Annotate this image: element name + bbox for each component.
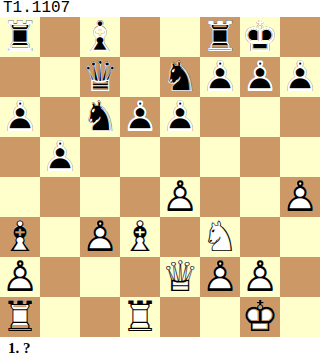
- square-b7[interactable]: [40, 57, 80, 97]
- square-d4[interactable]: [120, 177, 160, 217]
- piece-fill-glyph: ♜: [120, 297, 160, 337]
- square-d5[interactable]: [120, 137, 160, 177]
- black-rook[interactable]: ♜♖: [200, 17, 240, 57]
- piece-outline-glyph: ♗: [80, 17, 120, 57]
- square-e1[interactable]: [160, 297, 200, 337]
- piece-fill-glyph: ♟: [280, 57, 320, 97]
- square-c6[interactable]: ♞♘: [80, 97, 120, 137]
- square-c5[interactable]: [80, 137, 120, 177]
- square-a6[interactable]: ♟♙: [0, 97, 40, 137]
- piece-fill-glyph: ♛: [80, 57, 120, 97]
- piece-fill-glyph: ♜: [200, 17, 240, 57]
- piece-fill-glyph: ♞: [160, 57, 200, 97]
- piece-fill-glyph: ♟: [280, 177, 320, 217]
- piece-outline-glyph: ♙: [120, 97, 160, 137]
- piece-fill-glyph: ♟: [160, 97, 200, 137]
- piece-outline-glyph: ♕: [80, 57, 120, 97]
- square-c1[interactable]: [80, 297, 120, 337]
- black-pawn[interactable]: ♟♙: [240, 57, 280, 97]
- piece-fill-glyph: ♝: [120, 217, 160, 257]
- piece-outline-glyph: ♖: [0, 297, 40, 337]
- black-pawn[interactable]: ♟♙: [160, 97, 200, 137]
- square-f6[interactable]: [200, 97, 240, 137]
- piece-outline-glyph: ♙: [0, 97, 40, 137]
- piece-fill-glyph: ♚: [240, 297, 280, 337]
- white-rook[interactable]: ♜♖: [0, 297, 40, 337]
- puzzle-id: T1.1107: [3, 1, 70, 16]
- piece-fill-glyph: ♟: [240, 257, 280, 297]
- square-e4[interactable]: ♟♙: [160, 177, 200, 217]
- white-rook[interactable]: ♜♖: [120, 297, 160, 337]
- square-g6[interactable]: [240, 97, 280, 137]
- black-knight[interactable]: ♞♘: [160, 57, 200, 97]
- black-pawn[interactable]: ♟♙: [0, 97, 40, 137]
- square-f1[interactable]: [200, 297, 240, 337]
- piece-outline-glyph: ♙: [280, 57, 320, 97]
- piece-outline-glyph: ♙: [0, 257, 40, 297]
- square-b6[interactable]: [40, 97, 80, 137]
- square-b8[interactable]: [40, 17, 80, 57]
- white-pawn[interactable]: ♟♙: [0, 257, 40, 297]
- square-h4[interactable]: ♟♙: [280, 177, 320, 217]
- piece-outline-glyph: ♙: [200, 57, 240, 97]
- square-b3[interactable]: [40, 217, 80, 257]
- square-f7[interactable]: ♟♙: [200, 57, 240, 97]
- piece-fill-glyph: ♟: [80, 217, 120, 257]
- piece-fill-glyph: ♝: [0, 217, 40, 257]
- piece-outline-glyph: ♘: [160, 57, 200, 97]
- piece-outline-glyph: ♖: [0, 17, 40, 57]
- piece-outline-glyph: ♙: [200, 257, 240, 297]
- square-e7[interactable]: ♞♘: [160, 57, 200, 97]
- square-d3[interactable]: ♝♗: [120, 217, 160, 257]
- square-h5[interactable]: [280, 137, 320, 177]
- square-g2[interactable]: ♟♙: [240, 257, 280, 297]
- black-king[interactable]: ♚♔: [240, 17, 280, 57]
- black-pawn[interactable]: ♟♙: [40, 137, 80, 177]
- piece-fill-glyph: ♟: [40, 137, 80, 177]
- black-pawn[interactable]: ♟♙: [120, 97, 160, 137]
- square-f3[interactable]: ♞♘: [200, 217, 240, 257]
- piece-fill-glyph: ♝: [80, 17, 120, 57]
- piece-outline-glyph: ♔: [240, 297, 280, 337]
- square-h7[interactable]: ♟♙: [280, 57, 320, 97]
- square-c8[interactable]: ♝♗: [80, 17, 120, 57]
- piece-fill-glyph: ♟: [240, 57, 280, 97]
- square-g5[interactable]: [240, 137, 280, 177]
- piece-fill-glyph: ♟: [200, 57, 240, 97]
- square-d7[interactable]: [120, 57, 160, 97]
- square-e3[interactable]: [160, 217, 200, 257]
- piece-outline-glyph: ♔: [240, 17, 280, 57]
- piece-outline-glyph: ♕: [160, 257, 200, 297]
- square-a1[interactable]: ♜♖: [0, 297, 40, 337]
- square-b2[interactable]: [40, 257, 80, 297]
- piece-outline-glyph: ♗: [120, 217, 160, 257]
- square-a7[interactable]: [0, 57, 40, 97]
- square-c2[interactable]: [80, 257, 120, 297]
- square-a5[interactable]: [0, 137, 40, 177]
- square-c3[interactable]: ♟♙: [80, 217, 120, 257]
- square-d6[interactable]: ♟♙: [120, 97, 160, 137]
- piece-outline-glyph: ♙: [80, 217, 120, 257]
- piece-outline-glyph: ♘: [200, 217, 240, 257]
- square-h2[interactable]: [280, 257, 320, 297]
- white-pawn[interactable]: ♟♙: [160, 177, 200, 217]
- white-knight[interactable]: ♞♘: [200, 217, 240, 257]
- square-e5[interactable]: [160, 137, 200, 177]
- square-f2[interactable]: ♟♙: [200, 257, 240, 297]
- piece-outline-glyph: ♗: [0, 217, 40, 257]
- square-g8[interactable]: ♚♔: [240, 17, 280, 57]
- white-pawn[interactable]: ♟♙: [80, 217, 120, 257]
- black-bishop[interactable]: ♝♗: [80, 17, 120, 57]
- piece-outline-glyph: ♙: [40, 137, 80, 177]
- piece-fill-glyph: ♟: [200, 257, 240, 297]
- black-rook[interactable]: ♜♖: [0, 17, 40, 57]
- white-pawn[interactable]: ♟♙: [280, 177, 320, 217]
- square-g7[interactable]: ♟♙: [240, 57, 280, 97]
- white-bishop[interactable]: ♝♗: [120, 217, 160, 257]
- square-e2[interactable]: ♛♕: [160, 257, 200, 297]
- piece-fill-glyph: ♟: [160, 177, 200, 217]
- square-c7[interactable]: ♛♕: [80, 57, 120, 97]
- piece-outline-glyph: ♖: [120, 297, 160, 337]
- piece-fill-glyph: ♜: [0, 297, 40, 337]
- chess-board[interactable]: ♜♖♝♗♜♖♚♔♛♕♞♘♟♙♟♙♟♙♟♙♞♘♟♙♟♙♟♙♟♙♟♙♝♗♟♙♝♗♞♘…: [0, 17, 320, 337]
- black-queen[interactable]: ♛♕: [80, 57, 120, 97]
- square-e6[interactable]: ♟♙: [160, 97, 200, 137]
- piece-outline-glyph: ♙: [240, 257, 280, 297]
- square-a2[interactable]: ♟♙: [0, 257, 40, 297]
- square-b4[interactable]: [40, 177, 80, 217]
- piece-outline-glyph: ♙: [160, 97, 200, 137]
- square-d2[interactable]: [120, 257, 160, 297]
- square-a4[interactable]: [0, 177, 40, 217]
- white-king[interactable]: ♚♔: [240, 297, 280, 337]
- square-e8[interactable]: [160, 17, 200, 57]
- piece-fill-glyph: ♟: [120, 97, 160, 137]
- square-g4[interactable]: [240, 177, 280, 217]
- black-knight[interactable]: ♞♘: [80, 97, 120, 137]
- piece-fill-glyph: ♜: [0, 17, 40, 57]
- piece-outline-glyph: ♙: [160, 177, 200, 217]
- piece-fill-glyph: ♛: [160, 257, 200, 297]
- black-pawn[interactable]: ♟♙: [200, 57, 240, 97]
- square-h6[interactable]: [280, 97, 320, 137]
- square-b1[interactable]: [40, 297, 80, 337]
- square-g1[interactable]: ♚♔: [240, 297, 280, 337]
- square-b5[interactable]: ♟♙: [40, 137, 80, 177]
- square-f4[interactable]: [200, 177, 240, 217]
- square-a8[interactable]: ♜♖: [0, 17, 40, 57]
- white-bishop[interactable]: ♝♗: [0, 217, 40, 257]
- piece-fill-glyph: ♞: [80, 97, 120, 137]
- square-d1[interactable]: ♜♖: [120, 297, 160, 337]
- piece-fill-glyph: ♚: [240, 17, 280, 57]
- square-f5[interactable]: [200, 137, 240, 177]
- square-c4[interactable]: [80, 177, 120, 217]
- white-queen[interactable]: ♛♕: [160, 257, 200, 297]
- move-prompt: 1. ?: [8, 340, 31, 356]
- white-pawn[interactable]: ♟♙: [240, 257, 280, 297]
- square-d8[interactable]: [120, 17, 160, 57]
- piece-outline-glyph: ♙: [280, 177, 320, 217]
- piece-fill-glyph: ♞: [200, 217, 240, 257]
- square-f8[interactable]: ♜♖: [200, 17, 240, 57]
- square-a3[interactable]: ♝♗: [0, 217, 40, 257]
- square-h8[interactable]: [280, 17, 320, 57]
- piece-outline-glyph: ♘: [80, 97, 120, 137]
- square-h3[interactable]: [280, 217, 320, 257]
- piece-fill-glyph: ♟: [0, 97, 40, 137]
- piece-fill-glyph: ♟: [0, 257, 40, 297]
- piece-outline-glyph: ♙: [240, 57, 280, 97]
- piece-outline-glyph: ♖: [200, 17, 240, 57]
- black-pawn[interactable]: ♟♙: [280, 57, 320, 97]
- square-g3[interactable]: [240, 217, 280, 257]
- white-pawn[interactable]: ♟♙: [200, 257, 240, 297]
- square-h1[interactable]: [280, 297, 320, 337]
